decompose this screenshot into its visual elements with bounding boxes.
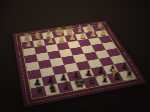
piece-black-knight[interactable]: ♞: [46, 82, 60, 95]
board-grid: ♜♞♝♚♛♝♞♜♟♟♟♟♟♟♟♟♟♟♟♟♟♟♟♟♜♞♝♚♛♝♞♜: [19, 24, 137, 100]
piece-black-rook[interactable]: ♜: [123, 69, 136, 80]
piece-white-pawn[interactable]: ♟: [88, 30, 99, 38]
piece-white-pawn[interactable]: ♟: [98, 29, 109, 37]
chessboard-photo: ♜♞♝♚♛♝♞♜♟♟♟♟♟♟♟♟♟♟♟♟♟♟♟♟♜♞♝♚♛♝♞♜: [0, 0, 150, 112]
piece-black-rook[interactable]: ♜: [33, 86, 47, 98]
piece-black-queen[interactable]: ♛: [86, 74, 99, 87]
piece-white-pawn[interactable]: ♟: [45, 37, 56, 45]
piece-white-pawn[interactable]: ♟: [34, 38, 45, 46]
square-h8[interactable]: ♜: [31, 86, 47, 98]
piece-black-bishop[interactable]: ♝: [60, 80, 74, 92]
piece-black-king[interactable]: ♚: [73, 75, 86, 90]
latch-hook: [112, 72, 115, 78]
square-g8[interactable]: ♞: [44, 84, 60, 96]
square-d5[interactable]: [73, 54, 88, 63]
piece-white-pawn[interactable]: ♟: [67, 33, 78, 41]
piece-white-pawn[interactable]: ♟: [56, 35, 67, 43]
board-frame: ♜♞♝♚♛♝♞♜♟♟♟♟♟♟♟♟♟♟♟♟♟♟♟♟♜♞♝♚♛♝♞♜: [13, 20, 148, 107]
piece-white-pawn[interactable]: ♟: [23, 40, 34, 48]
chess-board: ♜♞♝♚♛♝♞♜♟♟♟♟♟♟♟♟♟♟♟♟♟♟♟♟♜♞♝♚♛♝♞♜: [13, 20, 148, 107]
piece-white-pawn[interactable]: ♟: [77, 32, 88, 40]
